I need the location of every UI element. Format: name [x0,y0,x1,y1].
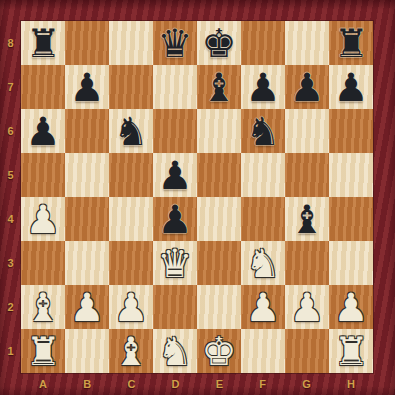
square-e2[interactable] [197,285,241,329]
black-queen[interactable]: ♛ [153,21,197,65]
square-h1[interactable]: ♜ [329,329,373,373]
white-pawn[interactable]: ♟ [21,197,65,241]
square-f4[interactable] [241,197,285,241]
square-a7[interactable] [21,65,65,109]
square-c7[interactable] [109,65,153,109]
square-f5[interactable] [241,153,285,197]
black-pawn[interactable]: ♟ [65,65,109,109]
white-queen[interactable]: ♛ [153,241,197,285]
square-b2[interactable]: ♟ [65,285,109,329]
square-f7[interactable]: ♟ [241,65,285,109]
square-b1[interactable] [65,329,109,373]
rank-label-2: 2 [0,285,21,329]
square-d3[interactable]: ♛ [153,241,197,285]
file-labels: A B C D E F G H [21,373,373,395]
rank-label-3: 3 [0,241,21,285]
square-c1[interactable]: ♝ [109,329,153,373]
square-b6[interactable] [65,109,109,153]
square-g2[interactable]: ♟ [285,285,329,329]
black-pawn[interactable]: ♟ [153,197,197,241]
square-a6[interactable]: ♟ [21,109,65,153]
black-pawn[interactable]: ♟ [21,109,65,153]
square-g8[interactable] [285,21,329,65]
square-a1[interactable]: ♜ [21,329,65,373]
file-label-h: H [329,373,373,395]
square-h8[interactable]: ♜ [329,21,373,65]
white-bishop[interactable]: ♝ [21,285,65,329]
square-e5[interactable] [197,153,241,197]
white-pawn[interactable]: ♟ [241,285,285,329]
white-pawn[interactable]: ♟ [65,285,109,329]
black-pawn[interactable]: ♟ [153,153,197,197]
square-a8[interactable]: ♜ [21,21,65,65]
white-rook[interactable]: ♜ [21,329,65,373]
square-h5[interactable] [329,153,373,197]
white-king[interactable]: ♚ [197,329,241,373]
square-a5[interactable] [21,153,65,197]
chess-board-frame: 8 7 6 5 4 3 2 1 ♜♛♚♜♟♝♟♟♟♟♞♞♟♟♟♝♛♞♝♟♟♟♟♟… [0,0,395,395]
square-d6[interactable] [153,109,197,153]
black-pawn[interactable]: ♟ [329,65,373,109]
square-c4[interactable] [109,197,153,241]
rank-label-7: 7 [0,65,21,109]
square-d2[interactable] [153,285,197,329]
black-bishop[interactable]: ♝ [285,197,329,241]
file-label-e: E [198,373,242,395]
white-bishop[interactable]: ♝ [109,329,153,373]
rank-label-1: 1 [0,329,21,373]
rank-label-5: 5 [0,153,21,197]
square-d4[interactable]: ♟ [153,197,197,241]
white-rook[interactable]: ♜ [329,329,373,373]
rank-labels: 8 7 6 5 4 3 2 1 [0,21,21,373]
square-a3[interactable] [21,241,65,285]
square-e3[interactable] [197,241,241,285]
square-d5[interactable]: ♟ [153,153,197,197]
black-bishop[interactable]: ♝ [197,65,241,109]
square-c6[interactable]: ♞ [109,109,153,153]
square-b3[interactable] [65,241,109,285]
square-g4[interactable]: ♝ [285,197,329,241]
square-f3[interactable]: ♞ [241,241,285,285]
square-g1[interactable] [285,329,329,373]
white-knight[interactable]: ♞ [153,329,197,373]
file-label-c: C [109,373,153,395]
square-h7[interactable]: ♟ [329,65,373,109]
square-e6[interactable] [197,109,241,153]
file-label-f: F [241,373,284,395]
file-label-a: A [21,373,65,395]
white-pawn[interactable]: ♟ [285,285,329,329]
white-pawn[interactable]: ♟ [109,285,153,329]
chess-board: ♜♛♚♜♟♝♟♟♟♟♞♞♟♟♟♝♛♞♝♟♟♟♟♟♜♝♞♚♜ [21,21,373,373]
black-pawn[interactable]: ♟ [285,65,329,109]
black-knight[interactable]: ♞ [109,109,153,153]
square-c2[interactable]: ♟ [109,285,153,329]
square-g3[interactable] [285,241,329,285]
black-pawn[interactable]: ♟ [241,65,285,109]
square-e7[interactable]: ♝ [197,65,241,109]
black-rook[interactable]: ♜ [21,21,65,65]
black-knight[interactable]: ♞ [241,109,285,153]
file-label-b: B [65,373,109,395]
square-b5[interactable] [65,153,109,197]
square-a2[interactable]: ♝ [21,285,65,329]
square-f6[interactable]: ♞ [241,109,285,153]
file-label-d: D [153,373,197,395]
square-h6[interactable] [329,109,373,153]
square-g6[interactable] [285,109,329,153]
white-pawn[interactable]: ♟ [329,285,373,329]
square-a4[interactable]: ♟ [21,197,65,241]
square-c5[interactable] [109,153,153,197]
square-b7[interactable]: ♟ [65,65,109,109]
black-rook[interactable]: ♜ [329,21,373,65]
square-e4[interactable] [197,197,241,241]
square-d1[interactable]: ♞ [153,329,197,373]
rank-label-8: 8 [0,21,21,65]
square-f2[interactable]: ♟ [241,285,285,329]
white-knight[interactable]: ♞ [241,241,285,285]
square-c8[interactable] [109,21,153,65]
square-g5[interactable] [285,153,329,197]
square-d7[interactable] [153,65,197,109]
square-h4[interactable] [329,197,373,241]
black-king[interactable]: ♚ [197,21,241,65]
rank-label-4: 4 [0,197,21,241]
square-f8[interactable] [241,21,285,65]
square-b4[interactable] [65,197,109,241]
square-g7[interactable]: ♟ [285,65,329,109]
square-e8[interactable]: ♚ [197,21,241,65]
square-d8[interactable]: ♛ [153,21,197,65]
rank-label-6: 6 [0,109,21,153]
square-h3[interactable] [329,241,373,285]
square-b8[interactable] [65,21,109,65]
file-label-g: G [284,373,329,395]
square-h2[interactable]: ♟ [329,285,373,329]
square-e1[interactable]: ♚ [197,329,241,373]
square-c3[interactable] [109,241,153,285]
square-f1[interactable] [241,329,285,373]
